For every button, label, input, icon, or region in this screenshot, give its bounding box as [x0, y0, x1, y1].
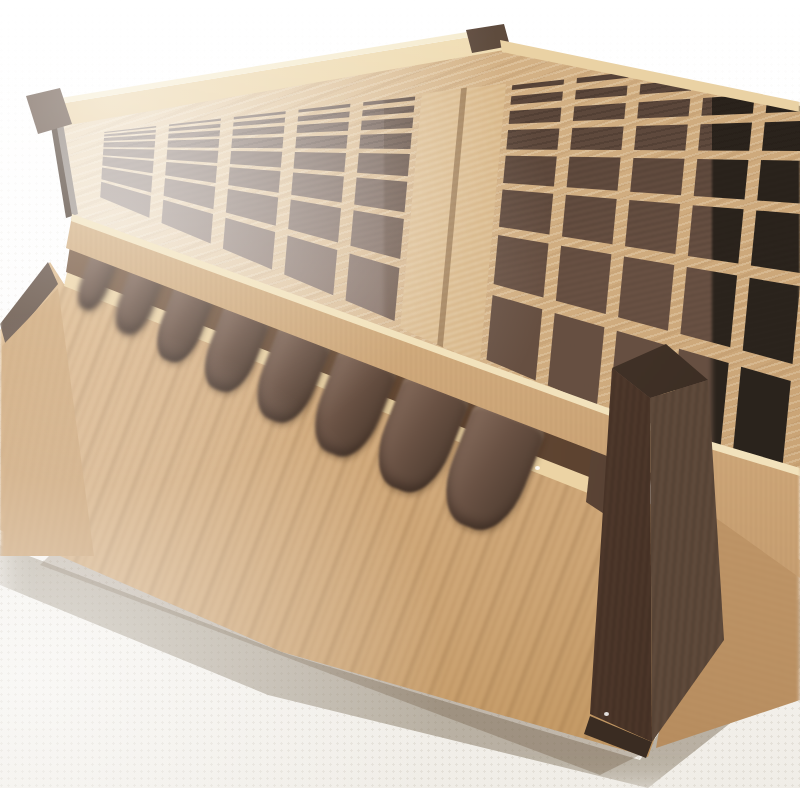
photo-canvas — [0, 0, 800, 788]
dust-speck — [535, 466, 540, 470]
dust-speck — [604, 712, 609, 716]
